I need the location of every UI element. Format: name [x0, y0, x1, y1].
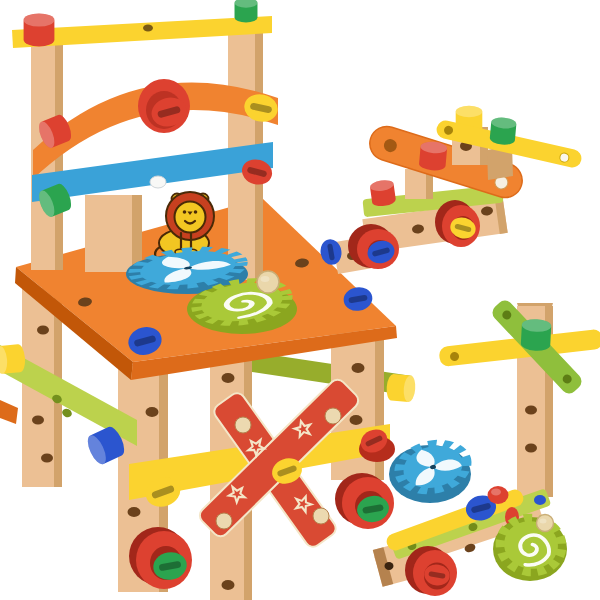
lion-face [175, 202, 206, 233]
yellow-bolt [0, 344, 26, 375]
x-hole [235, 417, 251, 433]
wooden-knob [257, 271, 279, 293]
red-bolt [24, 13, 55, 46]
green-bolt [235, 0, 258, 22]
rail-hole [150, 176, 166, 188]
x-hole [313, 508, 329, 524]
product-photo [0, 0, 600, 600]
red-nut [488, 486, 509, 504]
green-bolt [521, 318, 552, 351]
red-bolt [369, 179, 396, 208]
red-bolt [419, 141, 448, 172]
toy-illustration [0, 0, 600, 600]
blue-piece [534, 495, 546, 505]
yellow-bolt [386, 374, 417, 403]
x-hole [325, 408, 341, 424]
bar-hole [143, 25, 153, 32]
green-bolt [489, 117, 516, 146]
backrest-mid-block [85, 195, 142, 272]
x-hole [216, 513, 232, 529]
